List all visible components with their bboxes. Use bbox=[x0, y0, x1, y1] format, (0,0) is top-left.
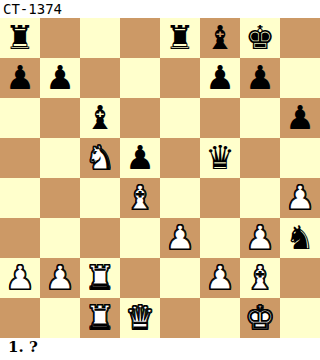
piece-white-bishop: ♝ bbox=[125, 178, 155, 218]
piece-black-king: ♚ bbox=[245, 18, 275, 58]
square-h4[interactable]: ♟ bbox=[280, 178, 320, 218]
piece-white-pawn: ♟ bbox=[5, 258, 35, 298]
piece-black-pawn: ♟ bbox=[5, 58, 35, 98]
square-d5[interactable]: ♟ bbox=[120, 138, 160, 178]
square-h3[interactable]: ♞ bbox=[280, 218, 320, 258]
square-d8[interactable] bbox=[120, 18, 160, 58]
square-d7[interactable] bbox=[120, 58, 160, 98]
square-d3[interactable] bbox=[120, 218, 160, 258]
piece-black-rook: ♜ bbox=[5, 18, 35, 58]
square-a6[interactable] bbox=[0, 98, 40, 138]
square-a5[interactable] bbox=[0, 138, 40, 178]
square-d2[interactable] bbox=[120, 258, 160, 298]
square-a2[interactable]: ♟ bbox=[0, 258, 40, 298]
square-b1[interactable] bbox=[40, 298, 80, 338]
square-a8[interactable]: ♜ bbox=[0, 18, 40, 58]
square-f1[interactable] bbox=[200, 298, 240, 338]
square-g8[interactable]: ♚ bbox=[240, 18, 280, 58]
square-c2[interactable]: ♜ bbox=[80, 258, 120, 298]
square-b5[interactable] bbox=[40, 138, 80, 178]
piece-black-pawn: ♟ bbox=[205, 58, 235, 98]
square-c1[interactable]: ♜ bbox=[80, 298, 120, 338]
square-h7[interactable] bbox=[280, 58, 320, 98]
piece-white-pawn: ♟ bbox=[285, 178, 315, 218]
piece-black-knight: ♞ bbox=[285, 218, 315, 258]
piece-white-pawn: ♟ bbox=[205, 258, 235, 298]
square-e6[interactable] bbox=[160, 98, 200, 138]
square-c3[interactable] bbox=[80, 218, 120, 258]
piece-black-pawn: ♟ bbox=[125, 138, 155, 178]
square-h1[interactable] bbox=[280, 298, 320, 338]
square-a3[interactable] bbox=[0, 218, 40, 258]
square-b7[interactable]: ♟ bbox=[40, 58, 80, 98]
square-f4[interactable] bbox=[200, 178, 240, 218]
piece-white-queen: ♛ bbox=[125, 298, 155, 338]
piece-white-knight: ♞ bbox=[85, 138, 115, 178]
puzzle-title: CT-1374 bbox=[3, 0, 62, 18]
square-g1[interactable]: ♚ bbox=[240, 298, 280, 338]
square-c7[interactable] bbox=[80, 58, 120, 98]
square-e8[interactable]: ♜ bbox=[160, 18, 200, 58]
square-e4[interactable] bbox=[160, 178, 200, 218]
square-c5[interactable]: ♞ bbox=[80, 138, 120, 178]
piece-black-queen: ♛ bbox=[205, 138, 235, 178]
piece-black-bishop: ♝ bbox=[205, 18, 235, 58]
square-b8[interactable] bbox=[40, 18, 80, 58]
piece-black-pawn: ♟ bbox=[245, 58, 275, 98]
square-b6[interactable] bbox=[40, 98, 80, 138]
square-f3[interactable] bbox=[200, 218, 240, 258]
piece-black-bishop: ♝ bbox=[85, 98, 115, 138]
square-f5[interactable]: ♛ bbox=[200, 138, 240, 178]
piece-white-king: ♚ bbox=[245, 298, 275, 338]
piece-white-rook: ♜ bbox=[85, 298, 115, 338]
square-d1[interactable]: ♛ bbox=[120, 298, 160, 338]
square-g2[interactable]: ♝ bbox=[240, 258, 280, 298]
square-c6[interactable]: ♝ bbox=[80, 98, 120, 138]
square-g5[interactable] bbox=[240, 138, 280, 178]
piece-white-pawn: ♟ bbox=[165, 218, 195, 258]
square-f2[interactable]: ♟ bbox=[200, 258, 240, 298]
square-d6[interactable] bbox=[120, 98, 160, 138]
square-a7[interactable]: ♟ bbox=[0, 58, 40, 98]
square-b3[interactable] bbox=[40, 218, 80, 258]
square-h5[interactable] bbox=[280, 138, 320, 178]
move-prompt: 1. ? bbox=[8, 338, 38, 356]
square-f8[interactable]: ♝ bbox=[200, 18, 240, 58]
piece-black-pawn: ♟ bbox=[285, 98, 315, 138]
square-h2[interactable] bbox=[280, 258, 320, 298]
square-f7[interactable]: ♟ bbox=[200, 58, 240, 98]
piece-black-rook: ♜ bbox=[165, 18, 195, 58]
chess-board: ♜♜♝♚♟♟♟♟♝♟♞♟♛♝♟♟♟♞♟♟♜♟♝♜♛♚ bbox=[0, 18, 320, 338]
square-g6[interactable] bbox=[240, 98, 280, 138]
square-e2[interactable] bbox=[160, 258, 200, 298]
square-e1[interactable] bbox=[160, 298, 200, 338]
square-g7[interactable]: ♟ bbox=[240, 58, 280, 98]
piece-black-pawn: ♟ bbox=[45, 58, 75, 98]
piece-white-pawn: ♟ bbox=[245, 218, 275, 258]
square-c4[interactable] bbox=[80, 178, 120, 218]
square-h6[interactable]: ♟ bbox=[280, 98, 320, 138]
piece-white-bishop: ♝ bbox=[245, 258, 275, 298]
square-e5[interactable] bbox=[160, 138, 200, 178]
square-e7[interactable] bbox=[160, 58, 200, 98]
square-h8[interactable] bbox=[280, 18, 320, 58]
piece-white-rook: ♜ bbox=[85, 258, 115, 298]
square-a1[interactable] bbox=[0, 298, 40, 338]
square-b2[interactable]: ♟ bbox=[40, 258, 80, 298]
square-e3[interactable]: ♟ bbox=[160, 218, 200, 258]
square-g3[interactable]: ♟ bbox=[240, 218, 280, 258]
square-c8[interactable] bbox=[80, 18, 120, 58]
square-d4[interactable]: ♝ bbox=[120, 178, 160, 218]
square-g4[interactable] bbox=[240, 178, 280, 218]
square-f6[interactable] bbox=[200, 98, 240, 138]
square-a4[interactable] bbox=[0, 178, 40, 218]
square-b4[interactable] bbox=[40, 178, 80, 218]
piece-white-pawn: ♟ bbox=[45, 258, 75, 298]
